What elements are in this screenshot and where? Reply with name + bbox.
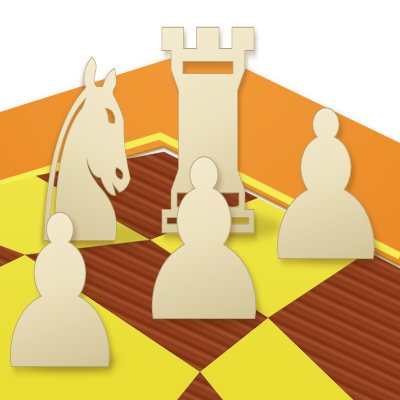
chessboard-photo: ♜♞♟♟♟ [0, 0, 400, 400]
piece-white-pawn-b6[interactable]: ♟ [0, 171, 133, 400]
chess-photo-stage: ♜♞♟♟♟ [0, 0, 400, 400]
piece-white-pawn-b7[interactable]: ♟ [127, 114, 281, 370]
